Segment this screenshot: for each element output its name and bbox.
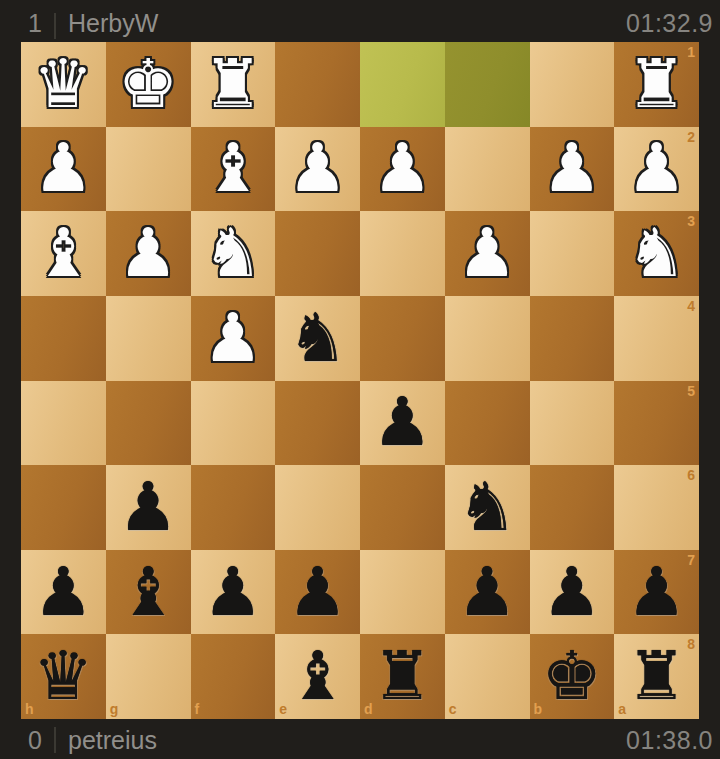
square-e2[interactable]: ♟ [275, 127, 360, 212]
square-c3[interactable]: ♟ [445, 211, 530, 296]
square-f7[interactable]: ♟ [191, 550, 276, 635]
square-e3[interactable] [275, 211, 360, 296]
square-h8[interactable]: ♛h [21, 634, 106, 719]
square-h1[interactable]: ♛ [21, 42, 106, 127]
square-a6[interactable]: 6 [614, 465, 699, 550]
black-pawn[interactable]: ♟ [372, 389, 432, 456]
black-pawn[interactable]: ♟ [288, 559, 348, 626]
square-b7[interactable]: ♟ [530, 550, 615, 635]
square-b3[interactable] [530, 211, 615, 296]
square-b5[interactable] [530, 381, 615, 466]
white-pawn[interactable]: ♟ [627, 135, 687, 202]
top-player-score: 1 [28, 9, 42, 38]
bottom-player-score: 0 [28, 726, 42, 755]
square-g3[interactable]: ♟ [106, 211, 191, 296]
square-d1[interactable] [360, 42, 445, 127]
square-d2[interactable]: ♟ [360, 127, 445, 212]
square-g7[interactable]: ♝ [106, 550, 191, 635]
white-king[interactable]: ♚ [118, 51, 178, 118]
black-pawn[interactable]: ♟ [627, 559, 687, 626]
file-label-d: d [364, 702, 373, 716]
square-h4[interactable] [21, 296, 106, 381]
square-d4[interactable] [360, 296, 445, 381]
square-a4[interactable]: 4 [614, 296, 699, 381]
square-a7[interactable]: ♟7 [614, 550, 699, 635]
square-e4[interactable]: ♞ [275, 296, 360, 381]
rank-label-3: 3 [687, 214, 695, 228]
score-name-divider [54, 727, 56, 753]
square-a5[interactable]: 5 [614, 381, 699, 466]
square-d6[interactable] [360, 465, 445, 550]
rank-label-7: 7 [687, 553, 695, 567]
square-h7[interactable]: ♟ [21, 550, 106, 635]
white-pawn[interactable]: ♟ [288, 135, 348, 202]
file-label-b: b [534, 702, 543, 716]
square-e8[interactable]: ♝e [275, 634, 360, 719]
square-a2[interactable]: ♟2 [614, 127, 699, 212]
white-rook[interactable]: ♜ [627, 51, 687, 118]
black-knight[interactable]: ♞ [288, 305, 348, 372]
square-a1[interactable]: ♜1 [614, 42, 699, 127]
square-c8[interactable]: c [445, 634, 530, 719]
top-player-bar: 1 HerbyW 01:32.9 [0, 0, 720, 42]
white-pawn[interactable]: ♟ [372, 135, 432, 202]
black-pawn[interactable]: ♟ [542, 559, 602, 626]
white-bishop[interactable]: ♝ [203, 135, 263, 202]
square-f2[interactable]: ♝ [191, 127, 276, 212]
square-g6[interactable]: ♟ [106, 465, 191, 550]
rank-label-6: 6 [687, 468, 695, 482]
file-label-c: c [449, 702, 457, 716]
square-g8[interactable]: g [106, 634, 191, 719]
square-c5[interactable] [445, 381, 530, 466]
square-f1[interactable]: ♜ [191, 42, 276, 127]
square-g5[interactable] [106, 381, 191, 466]
square-d8[interactable]: ♜d [360, 634, 445, 719]
square-c4[interactable] [445, 296, 530, 381]
rank-label-8: 8 [687, 637, 695, 651]
black-rook[interactable]: ♜ [627, 643, 687, 710]
square-c7[interactable]: ♟ [445, 550, 530, 635]
rank-label-4: 4 [687, 299, 695, 313]
square-b1[interactable] [530, 42, 615, 127]
square-e6[interactable] [275, 465, 360, 550]
white-pawn[interactable]: ♟ [203, 305, 263, 372]
square-c1[interactable] [445, 42, 530, 127]
square-d5[interactable]: ♟ [360, 381, 445, 466]
square-f4[interactable]: ♟ [191, 296, 276, 381]
top-player-name: HerbyW [68, 9, 158, 38]
black-bishop[interactable]: ♝ [288, 643, 348, 710]
white-pawn[interactable]: ♟ [542, 135, 602, 202]
square-a3[interactable]: ♞3 [614, 211, 699, 296]
rank-label-5: 5 [687, 384, 695, 398]
square-e7[interactable]: ♟ [275, 550, 360, 635]
file-label-a: a [618, 702, 626, 716]
square-h2[interactable]: ♟ [21, 127, 106, 212]
white-knight[interactable]: ♞ [627, 220, 687, 287]
black-king[interactable]: ♚ [542, 643, 602, 710]
square-d3[interactable] [360, 211, 445, 296]
square-e1[interactable] [275, 42, 360, 127]
square-f8[interactable]: f [191, 634, 276, 719]
square-d7[interactable] [360, 550, 445, 635]
rank-label-2: 2 [687, 130, 695, 144]
square-c2[interactable] [445, 127, 530, 212]
score-name-divider [54, 13, 56, 39]
file-label-h: h [25, 702, 34, 716]
file-label-e: e [279, 702, 287, 716]
white-rook[interactable]: ♜ [203, 51, 263, 118]
black-bishop[interactable]: ♝ [118, 559, 178, 626]
black-queen[interactable]: ♛ [33, 643, 93, 710]
bottom-player-bar: 0 petreius 01:38.0 [0, 719, 720, 759]
white-queen[interactable]: ♛ [33, 51, 93, 118]
square-h6[interactable] [21, 465, 106, 550]
square-e5[interactable] [275, 381, 360, 466]
square-g4[interactable] [106, 296, 191, 381]
square-f6[interactable] [191, 465, 276, 550]
rank-label-1: 1 [687, 45, 695, 59]
top-player-clock: 01:32.9 [626, 9, 713, 38]
bottom-player-name: petreius [68, 726, 157, 755]
white-pawn[interactable]: ♟ [33, 135, 93, 202]
square-f5[interactable] [191, 381, 276, 466]
square-c6[interactable]: ♞ [445, 465, 530, 550]
square-b8[interactable]: ♚b [530, 634, 615, 719]
square-g2[interactable] [106, 127, 191, 212]
black-knight[interactable]: ♞ [457, 474, 517, 541]
square-g1[interactable]: ♚ [106, 42, 191, 127]
black-pawn[interactable]: ♟ [457, 559, 517, 626]
square-h3[interactable]: ♝ [21, 211, 106, 296]
white-pawn[interactable]: ♟ [118, 220, 178, 287]
white-knight[interactable]: ♞ [203, 220, 263, 287]
black-pawn[interactable]: ♟ [33, 559, 93, 626]
square-b4[interactable] [530, 296, 615, 381]
black-pawn[interactable]: ♟ [203, 559, 263, 626]
square-f3[interactable]: ♞ [191, 211, 276, 296]
white-bishop[interactable]: ♝ [33, 220, 93, 287]
white-pawn[interactable]: ♟ [457, 220, 517, 287]
square-b6[interactable] [530, 465, 615, 550]
square-a8[interactable]: ♜8a [614, 634, 699, 719]
file-label-g: g [110, 702, 119, 716]
file-label-f: f [195, 702, 200, 716]
bottom-player-clock: 01:38.0 [626, 726, 713, 755]
black-rook[interactable]: ♜ [372, 643, 432, 710]
square-h5[interactable] [21, 381, 106, 466]
chess-board: ♛♚♜♜1♟♝♟♟♟♟2♝♟♞♟♞3♟♞4♟5♟♞6♟♝♟♟♟♟♟7♛hgf♝e… [21, 42, 699, 719]
square-b2[interactable]: ♟ [530, 127, 615, 212]
black-pawn[interactable]: ♟ [118, 474, 178, 541]
